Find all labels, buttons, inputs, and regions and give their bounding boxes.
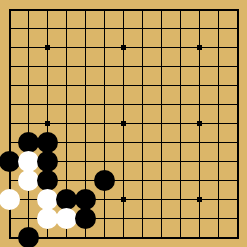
intersection[interactable] [171, 190, 190, 209]
grid-line-horizontal [171, 85, 190, 86]
black-stone: ● [75, 208, 96, 229]
grid-line-horizontal [228, 142, 238, 143]
grid-line-horizontal [57, 161, 76, 162]
intersection[interactable] [209, 38, 228, 57]
intersection[interactable] [114, 152, 133, 171]
intersection[interactable] [19, 114, 38, 133]
grid-line-horizontal [38, 9, 57, 10]
intersection[interactable] [190, 190, 209, 209]
grid-line-horizontal [57, 85, 76, 86]
intersection[interactable] [133, 76, 152, 95]
grid-line-horizontal [9, 123, 19, 124]
grid-line-horizontal [152, 66, 171, 67]
grid-line-horizontal [95, 218, 114, 219]
black-stone: ● [75, 189, 96, 210]
intersection[interactable] [190, 0, 209, 19]
grid-line-horizontal [9, 47, 19, 48]
intersection[interactable] [209, 152, 228, 171]
grid-line-horizontal [171, 123, 190, 124]
intersection[interactable] [228, 209, 247, 228]
hoshi-point [121, 45, 126, 50]
intersection[interactable] [0, 0, 19, 19]
intersection[interactable] [38, 228, 57, 247]
grid-line-horizontal [152, 9, 171, 10]
grid-line-horizontal [95, 47, 114, 48]
intersection[interactable] [171, 209, 190, 228]
intersection[interactable] [133, 133, 152, 152]
grid-line-horizontal [76, 104, 95, 105]
intersection[interactable] [171, 114, 190, 133]
intersection[interactable]: ○ [57, 209, 76, 228]
intersection[interactable]: ● [76, 209, 95, 228]
intersection[interactable] [95, 133, 114, 152]
grid-line-horizontal [209, 142, 228, 143]
intersection[interactable] [133, 209, 152, 228]
intersection[interactable] [19, 57, 38, 76]
grid-line-horizontal [228, 218, 238, 219]
intersection[interactable] [0, 228, 19, 247]
intersection[interactable] [0, 133, 19, 152]
intersection[interactable]: ● [38, 171, 57, 190]
hoshi-point [197, 45, 202, 50]
intersection[interactable] [209, 95, 228, 114]
grid-line-horizontal [133, 161, 152, 162]
grid-line-horizontal [57, 237, 76, 238]
intersection[interactable] [190, 19, 209, 38]
intersection[interactable] [57, 76, 76, 95]
grid-line-horizontal [19, 9, 38, 10]
intersection[interactable] [76, 76, 95, 95]
intersection[interactable] [152, 0, 171, 19]
grid-line-horizontal [228, 28, 238, 29]
intersection[interactable] [190, 171, 209, 190]
grid-line-vertical [66, 9, 67, 19]
grid-line-horizontal [57, 142, 76, 143]
intersection[interactable] [114, 38, 133, 57]
grid-line-horizontal [228, 199, 238, 200]
grid-line-vertical [85, 9, 86, 19]
intersection[interactable]: ○ [38, 209, 57, 228]
intersection[interactable] [171, 38, 190, 57]
grid-line-horizontal [114, 85, 133, 86]
intersection[interactable] [95, 95, 114, 114]
grid-line-horizontal [38, 237, 57, 238]
grid-line-horizontal [190, 104, 209, 105]
intersection[interactable] [0, 95, 19, 114]
intersection[interactable] [190, 133, 209, 152]
grid-line-horizontal [171, 199, 190, 200]
grid-line-horizontal [228, 123, 238, 124]
grid-line-horizontal [133, 85, 152, 86]
grid-line-horizontal [57, 180, 76, 181]
intersection[interactable] [76, 114, 95, 133]
intersection[interactable] [19, 19, 38, 38]
intersection[interactable] [228, 38, 247, 57]
grid-line-horizontal [152, 47, 171, 48]
grid-line-horizontal [209, 180, 228, 181]
intersection[interactable] [152, 133, 171, 152]
grid-line-horizontal [76, 9, 95, 10]
grid-line-horizontal [209, 161, 228, 162]
intersection[interactable] [209, 19, 228, 38]
grid-line-vertical [218, 9, 219, 19]
white-stone: ○ [18, 170, 39, 191]
intersection[interactable] [76, 133, 95, 152]
intersection[interactable] [152, 76, 171, 95]
grid-line-horizontal [171, 142, 190, 143]
black-stone: ● [94, 170, 115, 191]
grid-line-horizontal [9, 66, 19, 67]
grid-line-horizontal [95, 104, 114, 105]
grid-line-horizontal [171, 161, 190, 162]
grid-line-horizontal [9, 85, 19, 86]
intersection[interactable] [114, 19, 133, 38]
intersection[interactable] [114, 76, 133, 95]
grid-line-horizontal [9, 28, 19, 29]
intersection[interactable] [0, 76, 19, 95]
grid-line-horizontal [228, 161, 238, 162]
intersection[interactable] [57, 0, 76, 19]
intersection[interactable] [133, 190, 152, 209]
grid-line-horizontal [133, 180, 152, 181]
grid-line-horizontal [76, 66, 95, 67]
intersection[interactable] [114, 171, 133, 190]
intersection[interactable] [228, 228, 247, 247]
intersection[interactable]: ● [38, 152, 57, 171]
grid-line-horizontal [133, 47, 152, 48]
intersection[interactable] [152, 152, 171, 171]
grid-line-horizontal [114, 218, 133, 219]
intersection[interactable] [228, 95, 247, 114]
intersection[interactable] [171, 57, 190, 76]
intersection[interactable]: ● [38, 133, 57, 152]
hoshi-point [121, 121, 126, 126]
intersection[interactable] [95, 228, 114, 247]
grid-line-horizontal [133, 104, 152, 105]
grid-line-horizontal [114, 104, 133, 105]
go-board-diagram: ●●●○●○●●○○●●○○●● [0, 0, 247, 247]
grid-line-horizontal [76, 180, 95, 181]
intersection[interactable]: ● [0, 152, 19, 171]
grid-line-horizontal [95, 28, 114, 29]
intersection[interactable] [38, 0, 57, 19]
intersection[interactable] [0, 114, 19, 133]
intersection[interactable] [209, 76, 228, 95]
grid-line-horizontal [38, 85, 57, 86]
intersection[interactable] [190, 95, 209, 114]
intersection[interactable] [19, 0, 38, 19]
black-stone: ● [56, 189, 77, 210]
grid-line-horizontal [133, 237, 152, 238]
intersection[interactable] [76, 0, 95, 19]
intersection[interactable] [95, 19, 114, 38]
grid-line-horizontal [95, 85, 114, 86]
grid-line-horizontal [209, 85, 228, 86]
intersection[interactable] [228, 19, 247, 38]
intersection[interactable]: ● [95, 171, 114, 190]
intersection[interactable] [171, 95, 190, 114]
grid-line-horizontal [171, 237, 190, 238]
intersection[interactable] [57, 171, 76, 190]
intersection[interactable] [95, 0, 114, 19]
white-stone: ○ [0, 189, 20, 210]
intersection[interactable] [152, 95, 171, 114]
grid-line-horizontal [228, 9, 238, 10]
grid-line-horizontal [19, 218, 38, 219]
grid-line-horizontal [9, 9, 19, 10]
grid-line-horizontal [209, 237, 228, 238]
intersection[interactable] [114, 0, 133, 19]
grid-line-horizontal [95, 9, 114, 10]
intersection[interactable] [76, 152, 95, 171]
grid-line-horizontal [76, 47, 95, 48]
intersection[interactable] [190, 38, 209, 57]
grid-line-vertical [180, 9, 181, 19]
intersection[interactable] [228, 76, 247, 95]
grid-line-horizontal [228, 180, 238, 181]
intersection[interactable] [114, 209, 133, 228]
grid-line-horizontal [38, 104, 57, 105]
hoshi-point [197, 197, 202, 202]
intersection[interactable] [152, 228, 171, 247]
grid-line-horizontal [76, 28, 95, 29]
intersection[interactable] [114, 133, 133, 152]
intersection[interactable] [171, 228, 190, 247]
intersection[interactable] [57, 228, 76, 247]
grid-line-horizontal [95, 237, 114, 238]
intersection[interactable] [114, 57, 133, 76]
intersection[interactable] [57, 152, 76, 171]
intersection[interactable] [0, 209, 19, 228]
intersection[interactable] [19, 38, 38, 57]
intersection[interactable]: ● [57, 190, 76, 209]
intersection[interactable] [190, 57, 209, 76]
intersection[interactable] [171, 133, 190, 152]
intersection[interactable]: ● [19, 228, 38, 247]
intersection[interactable] [152, 38, 171, 57]
intersection[interactable] [114, 228, 133, 247]
intersection[interactable] [0, 19, 19, 38]
grid-line-horizontal [114, 66, 133, 67]
intersection[interactable] [209, 228, 228, 247]
intersection[interactable] [171, 152, 190, 171]
grid-line-horizontal [133, 66, 152, 67]
intersection[interactable] [228, 133, 247, 152]
intersection[interactable] [190, 228, 209, 247]
intersection[interactable] [76, 38, 95, 57]
intersection[interactable] [114, 114, 133, 133]
grid-line-horizontal [76, 237, 95, 238]
intersection[interactable] [171, 171, 190, 190]
grid-line-horizontal [228, 47, 238, 48]
grid-line-horizontal [209, 104, 228, 105]
intersection[interactable] [209, 57, 228, 76]
grid-line-vertical [104, 9, 105, 19]
grid-line-horizontal [152, 218, 171, 219]
grid-line-horizontal [133, 218, 152, 219]
intersection[interactable] [95, 152, 114, 171]
intersection[interactable]: ○ [19, 152, 38, 171]
intersection[interactable] [209, 209, 228, 228]
intersection[interactable] [133, 95, 152, 114]
intersection[interactable] [19, 190, 38, 209]
intersection[interactable]: ● [76, 190, 95, 209]
intersection[interactable] [38, 76, 57, 95]
intersection[interactable] [152, 190, 171, 209]
black-stone: ● [0, 151, 20, 172]
intersection[interactable] [76, 95, 95, 114]
intersection[interactable] [152, 19, 171, 38]
grid-line-horizontal [209, 66, 228, 67]
grid-line-horizontal [114, 9, 133, 10]
grid-line-horizontal [152, 28, 171, 29]
black-stone: ● [18, 227, 39, 247]
intersection[interactable] [133, 19, 152, 38]
intersection[interactable] [57, 114, 76, 133]
intersection[interactable] [57, 95, 76, 114]
intersection[interactable] [209, 190, 228, 209]
grid-line-horizontal [209, 123, 228, 124]
intersection[interactable] [190, 152, 209, 171]
intersection[interactable] [0, 38, 19, 57]
grid-line-horizontal [114, 28, 133, 29]
grid-line-horizontal [57, 66, 76, 67]
grid-line-horizontal [133, 123, 152, 124]
intersection[interactable] [228, 171, 247, 190]
intersection[interactable] [57, 38, 76, 57]
intersection[interactable] [190, 209, 209, 228]
intersection[interactable] [95, 57, 114, 76]
intersection[interactable] [57, 19, 76, 38]
intersection[interactable]: ○ [19, 171, 38, 190]
grid-line-horizontal [76, 161, 95, 162]
grid-line-horizontal [95, 199, 114, 200]
grid-line-horizontal [133, 28, 152, 29]
grid-line-horizontal [57, 28, 76, 29]
intersection[interactable] [95, 38, 114, 57]
intersection[interactable] [133, 38, 152, 57]
hoshi-point [45, 121, 50, 126]
intersection[interactable] [152, 114, 171, 133]
intersection[interactable] [133, 114, 152, 133]
grid-line-horizontal [57, 123, 76, 124]
intersection[interactable] [228, 0, 247, 19]
intersection[interactable] [152, 171, 171, 190]
intersection[interactable] [38, 114, 57, 133]
intersection[interactable] [95, 209, 114, 228]
intersection[interactable] [209, 133, 228, 152]
intersection[interactable] [76, 171, 95, 190]
grid-line-horizontal [209, 28, 228, 29]
grid-line-horizontal [209, 9, 228, 10]
intersection[interactable] [171, 0, 190, 19]
intersection[interactable] [133, 152, 152, 171]
grid-line-horizontal [133, 199, 152, 200]
intersection[interactable] [228, 152, 247, 171]
grid-line-vertical [47, 9, 48, 19]
intersection[interactable] [0, 57, 19, 76]
grid-line-horizontal [171, 180, 190, 181]
intersection[interactable] [38, 38, 57, 57]
intersection[interactable] [76, 228, 95, 247]
intersection[interactable] [57, 133, 76, 152]
intersection[interactable] [38, 95, 57, 114]
grid-line-horizontal [114, 142, 133, 143]
grid-line-horizontal [171, 9, 190, 10]
intersection[interactable] [133, 57, 152, 76]
grid-line-horizontal [228, 237, 238, 238]
grid-line-horizontal [190, 9, 209, 10]
intersection[interactable] [95, 114, 114, 133]
intersection[interactable] [190, 114, 209, 133]
intersection[interactable] [209, 171, 228, 190]
grid-line-vertical [28, 9, 29, 19]
intersection[interactable] [114, 95, 133, 114]
white-stone: ○ [37, 208, 58, 229]
grid-line-horizontal [152, 161, 171, 162]
grid-line-horizontal [228, 66, 238, 67]
grid-line-horizontal [76, 142, 95, 143]
grid-line-horizontal [19, 28, 38, 29]
intersection[interactable] [133, 0, 152, 19]
intersection[interactable] [209, 0, 228, 19]
intersection[interactable] [171, 76, 190, 95]
intersection[interactable] [57, 57, 76, 76]
intersection[interactable] [190, 76, 209, 95]
grid-line-horizontal [171, 104, 190, 105]
intersection[interactable] [38, 57, 57, 76]
intersection[interactable] [19, 95, 38, 114]
intersection[interactable] [38, 19, 57, 38]
intersection[interactable]: ○ [0, 190, 19, 209]
grid-line-horizontal [19, 85, 38, 86]
hoshi-point [197, 121, 202, 126]
intersection[interactable] [0, 171, 19, 190]
grid-line-horizontal [95, 161, 114, 162]
grid-line-horizontal [57, 9, 76, 10]
intersection[interactable] [152, 209, 171, 228]
grid-line-horizontal [76, 85, 95, 86]
grid-line-horizontal [95, 142, 114, 143]
intersection[interactable] [95, 76, 114, 95]
intersection[interactable] [19, 209, 38, 228]
intersection[interactable] [171, 19, 190, 38]
intersection[interactable]: ● [19, 133, 38, 152]
go-board: ●●●○●○●●○○●●○○●● [0, 0, 247, 247]
intersection[interactable] [95, 190, 114, 209]
grid-line-horizontal [133, 9, 152, 10]
grid-line-horizontal [190, 237, 209, 238]
grid-line-horizontal [152, 123, 171, 124]
intersection[interactable] [209, 114, 228, 133]
white-stone: ○ [37, 189, 58, 210]
intersection[interactable] [228, 190, 247, 209]
intersection[interactable] [76, 19, 95, 38]
grid-line-horizontal [190, 218, 209, 219]
intersection[interactable] [228, 114, 247, 133]
intersection[interactable] [228, 57, 247, 76]
grid-line-horizontal [228, 104, 238, 105]
white-stone: ○ [56, 208, 77, 229]
intersection[interactable] [19, 76, 38, 95]
intersection[interactable] [76, 57, 95, 76]
grid-line-vertical [123, 9, 124, 19]
intersection[interactable] [114, 190, 133, 209]
intersection[interactable] [133, 228, 152, 247]
intersection[interactable]: ○ [38, 190, 57, 209]
intersection[interactable] [133, 171, 152, 190]
intersection[interactable] [152, 57, 171, 76]
